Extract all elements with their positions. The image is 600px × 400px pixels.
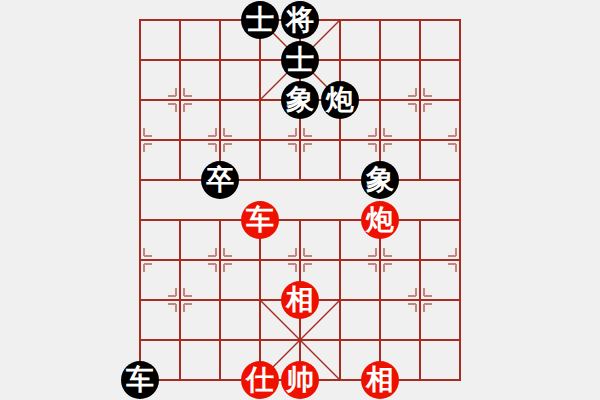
piece-red-elephant-1[interactable]: 相: [281, 281, 319, 319]
piece-red-elephant-2[interactable]: 相: [361, 361, 399, 399]
board-intersections[interactable]: 士将士象炮卒象车车炮相仕帅相: [120, 0, 480, 400]
piece-red-advisor-1[interactable]: 仕: [241, 361, 279, 399]
board-point: 炮: [320, 80, 360, 120]
piece-red-chariot-1[interactable]: 车: [241, 201, 279, 239]
board-point: 将: [280, 0, 320, 40]
piece-black-cannon-1[interactable]: 炮: [321, 81, 359, 119]
board-point: 卒: [200, 160, 240, 200]
piece-black-elephant-1[interactable]: 象: [281, 81, 319, 119]
piece-black-chariot-1[interactable]: 车: [121, 361, 159, 399]
piece-black-elephant-2[interactable]: 象: [361, 161, 399, 199]
xiangqi-board-stage: 士将士象炮卒象车车炮相仕帅相: [0, 0, 600, 400]
board-point: 车: [240, 200, 280, 240]
board-point: 仕: [240, 360, 280, 400]
board-point: 炮: [360, 200, 400, 240]
board-point: 士: [280, 40, 320, 80]
piece-black-general[interactable]: 将: [281, 1, 319, 39]
piece-black-advisor-1[interactable]: 士: [241, 1, 279, 39]
piece-red-general[interactable]: 帅: [281, 361, 319, 399]
board-point: 象: [280, 80, 320, 120]
piece-black-pawn-1[interactable]: 卒: [201, 161, 239, 199]
piece-black-advisor-2[interactable]: 士: [281, 41, 319, 79]
board-point: 帅: [280, 360, 320, 400]
board-point: 相: [360, 360, 400, 400]
board-point: 相: [280, 280, 320, 320]
piece-red-cannon-1[interactable]: 炮: [361, 201, 399, 239]
board-point: 车: [120, 360, 160, 400]
board-point: 士: [240, 0, 280, 40]
board-point: 象: [360, 160, 400, 200]
